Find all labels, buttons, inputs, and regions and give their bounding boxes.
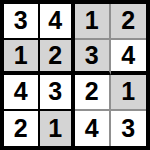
cell-r2c4[interactable]: 4 bbox=[111, 40, 147, 76]
cell-r1c3[interactable]: 1 bbox=[75, 4, 111, 40]
cell-r2c3[interactable]: 3 bbox=[75, 40, 111, 76]
cell-r4c1[interactable]: 2 bbox=[4, 111, 40, 147]
cell-r3c3[interactable]: 2 bbox=[75, 75, 111, 111]
sudoku-board: 3 4 1 2 1 2 3 4 4 3 2 1 2 1 4 3 bbox=[0, 0, 150, 150]
cell-r1c2[interactable]: 4 bbox=[40, 4, 76, 40]
cell-r1c1[interactable]: 3 bbox=[4, 4, 40, 40]
cell-r4c3[interactable]: 4 bbox=[75, 111, 111, 147]
cell-r3c1[interactable]: 4 bbox=[4, 75, 40, 111]
cell-r1c4[interactable]: 2 bbox=[111, 4, 147, 40]
cell-r3c4[interactable]: 1 bbox=[111, 75, 147, 111]
cell-r4c2[interactable]: 1 bbox=[40, 111, 76, 147]
cell-r4c4[interactable]: 3 bbox=[111, 111, 147, 147]
cell-r3c2[interactable]: 3 bbox=[40, 75, 76, 111]
cell-r2c1[interactable]: 1 bbox=[4, 40, 40, 76]
cell-r2c2[interactable]: 2 bbox=[40, 40, 76, 76]
